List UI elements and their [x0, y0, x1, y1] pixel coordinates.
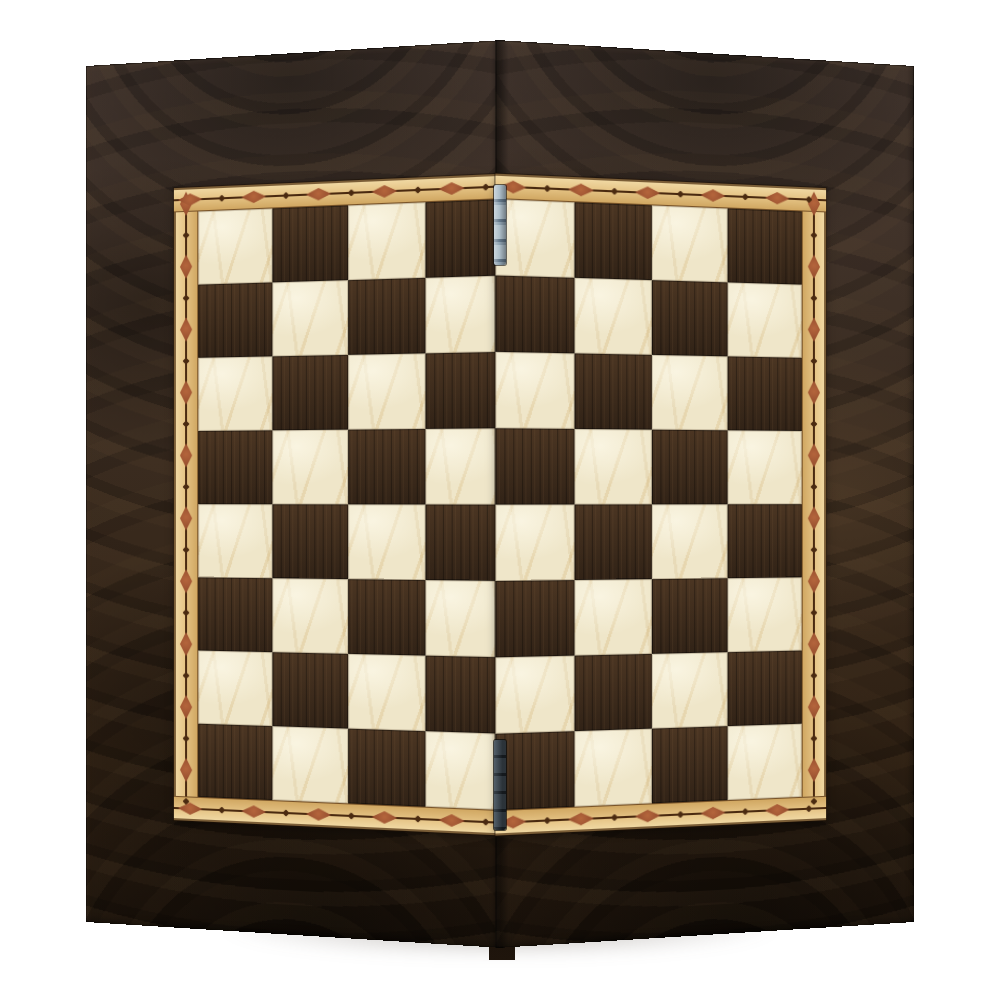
inlay-diamond-icon [180, 632, 192, 657]
square-f7[interactable] [575, 278, 652, 355]
square-c5[interactable] [348, 429, 425, 505]
hinge-top-icon [494, 185, 506, 265]
inlay-dot-icon [805, 805, 812, 812]
square-h2[interactable] [728, 651, 802, 727]
square-h8[interactable] [728, 208, 802, 284]
square-g5[interactable] [652, 430, 728, 505]
square-g6[interactable] [652, 355, 728, 430]
square-d8[interactable] [425, 199, 504, 278]
inlay-diamond-icon [180, 380, 192, 405]
square-a1[interactable] [198, 724, 272, 800]
square-e6[interactable] [495, 352, 574, 429]
inlay-dot-icon [183, 672, 190, 679]
inlay-diamond-icon [808, 380, 820, 405]
square-b4[interactable] [272, 504, 348, 579]
board-half-right [495, 174, 826, 836]
square-c4[interactable] [348, 504, 425, 580]
inlay-dot-icon [810, 735, 817, 742]
inlay-dot-icon [348, 812, 355, 820]
square-b1[interactable] [272, 726, 348, 803]
square-c6[interactable] [348, 353, 425, 429]
square-g7[interactable] [652, 280, 728, 356]
inlay-dot-icon [282, 192, 289, 200]
inlay-diamond-icon [241, 805, 266, 818]
inlay-diamond-icon [372, 811, 398, 825]
inlay-dot-icon [810, 295, 817, 302]
inlay-dot-icon [742, 808, 749, 815]
inlay-dot-icon [282, 809, 289, 817]
square-d7[interactable] [425, 275, 504, 353]
inlay-dot-icon [183, 295, 190, 302]
square-h1[interactable] [728, 724, 802, 800]
square-f5[interactable] [575, 429, 652, 505]
inlay-diamond-icon [178, 802, 202, 815]
inlay-dot-icon [414, 186, 422, 194]
inlay-diamond-icon [180, 254, 192, 279]
inlay-diamond-icon [568, 183, 594, 197]
inlay-dot-icon [183, 609, 190, 616]
inlay-dot-icon [742, 193, 749, 200]
inlay-dot-icon [183, 232, 190, 239]
square-e3[interactable] [495, 580, 574, 657]
inlay-diamond-icon [808, 632, 820, 657]
inlay-diamond-icon [180, 506, 192, 530]
square-g2[interactable] [652, 652, 728, 728]
square-e1[interactable] [495, 731, 574, 810]
square-h6[interactable] [728, 356, 802, 431]
inlay-dot-icon [810, 420, 817, 427]
inlay-diamond-icon [439, 814, 465, 828]
inlay-dot-icon [183, 546, 190, 553]
inlay-dot-icon [543, 185, 551, 193]
inlay-diamond-icon [180, 758, 192, 783]
inlay-dot-icon [183, 483, 190, 490]
inlay-dot-icon [543, 817, 551, 825]
inlay-diamond-icon [808, 758, 820, 783]
inlay-border-right [802, 187, 826, 821]
inlay-diamond-icon [372, 185, 398, 199]
square-d2[interactable] [425, 656, 504, 734]
squares-files-e-h [495, 199, 801, 810]
product-photo-scene [0, 0, 1000, 1000]
square-c3[interactable] [348, 579, 425, 655]
square-e8[interactable] [495, 199, 574, 278]
inlay-dot-icon [482, 183, 490, 191]
square-d3[interactable] [425, 580, 504, 657]
square-a7[interactable] [198, 282, 272, 357]
square-e7[interactable] [495, 275, 574, 353]
inlay-dot-icon [183, 735, 190, 742]
inlay-diamond-icon [568, 812, 594, 826]
inlay-dot-icon [348, 189, 355, 197]
inlay-diamond-icon [700, 806, 725, 819]
square-b7[interactable] [272, 280, 348, 356]
square-d4[interactable] [425, 504, 504, 581]
square-g8[interactable] [652, 205, 728, 282]
inlay-diamond-icon [180, 695, 192, 720]
square-c8[interactable] [348, 202, 425, 280]
square-b3[interactable] [272, 578, 348, 654]
inlay-diamond-icon [306, 187, 331, 200]
square-h5[interactable] [728, 430, 802, 504]
inlay-diamond-icon [439, 182, 465, 196]
inlay-dot-icon [218, 806, 225, 813]
square-a5[interactable] [198, 430, 272, 504]
square-b8[interactable] [272, 205, 348, 282]
inlay-diamond-icon [808, 569, 820, 594]
inlay-diamond-icon [306, 808, 331, 822]
inlay-diamond-icon [700, 189, 725, 202]
inlay-diamond-icon [765, 192, 790, 205]
inlay-diamond-icon [635, 809, 661, 823]
square-e4[interactable] [495, 504, 574, 581]
square-d1[interactable] [425, 731, 504, 810]
squares-files-a-d [198, 199, 504, 810]
square-b5[interactable] [272, 430, 348, 505]
inlay-diamond-icon [765, 804, 790, 817]
inlay-dot-icon [183, 357, 190, 364]
inlay-diamond-icon [180, 443, 192, 467]
inlay-dot-icon [810, 672, 817, 679]
square-d5[interactable] [425, 428, 504, 504]
inlay-dot-icon [810, 483, 817, 490]
inlay-dot-icon [183, 420, 190, 427]
inlay-diamond-icon [808, 443, 820, 467]
inlay-diamond-icon [635, 186, 661, 200]
square-a8[interactable] [198, 208, 272, 284]
inlay-dot-icon [611, 814, 619, 822]
square-f8[interactable] [575, 202, 652, 280]
inlay-dot-icon [218, 195, 225, 202]
hinge-bottom-icon [494, 740, 506, 830]
square-a3[interactable] [198, 577, 272, 652]
inlay-dot-icon [611, 188, 619, 196]
square-g1[interactable] [652, 726, 728, 803]
square-f1[interactable] [575, 729, 652, 807]
square-f4[interactable] [575, 504, 652, 580]
square-f6[interactable] [575, 353, 652, 429]
square-d6[interactable] [425, 352, 504, 429]
inlay-diamond-icon [808, 254, 820, 279]
inlay-diamond-icon [180, 569, 192, 594]
square-h3[interactable] [728, 577, 802, 652]
inlay-dot-icon [810, 232, 817, 239]
inlay-dot-icon [810, 357, 817, 364]
square-b6[interactable] [272, 355, 348, 430]
board-right-leaf [495, 40, 914, 948]
inlay-diamond-icon [808, 695, 820, 720]
board-left-leaf [86, 40, 505, 948]
square-e2[interactable] [495, 656, 574, 734]
square-h4[interactable] [728, 504, 802, 578]
square-a6[interactable] [198, 356, 272, 431]
square-c7[interactable] [348, 278, 425, 355]
inlay-diamond-icon [241, 190, 266, 203]
square-b2[interactable] [272, 652, 348, 728]
square-a4[interactable] [198, 504, 272, 578]
square-a2[interactable] [198, 651, 272, 727]
square-e5[interactable] [495, 428, 574, 504]
square-h7[interactable] [728, 282, 802, 357]
inlay-dot-icon [482, 818, 490, 826]
inlay-dot-icon [414, 815, 422, 823]
square-f3[interactable] [575, 579, 652, 655]
inlay-dot-icon [677, 811, 684, 819]
square-c1[interactable] [348, 729, 425, 807]
inlay-border-left [174, 187, 198, 821]
inlay-diamond-icon [808, 506, 820, 530]
inlay-dot-icon [810, 609, 817, 616]
board-half-left [174, 174, 505, 836]
inlay-diamond-icon [180, 317, 192, 342]
inlay-dot-icon [677, 190, 684, 198]
square-g4[interactable] [652, 504, 728, 579]
inlay-dot-icon [810, 546, 817, 553]
square-f2[interactable] [575, 654, 652, 731]
square-g3[interactable] [652, 578, 728, 654]
square-c2[interactable] [348, 654, 425, 731]
inlay-diamond-icon [808, 317, 820, 342]
